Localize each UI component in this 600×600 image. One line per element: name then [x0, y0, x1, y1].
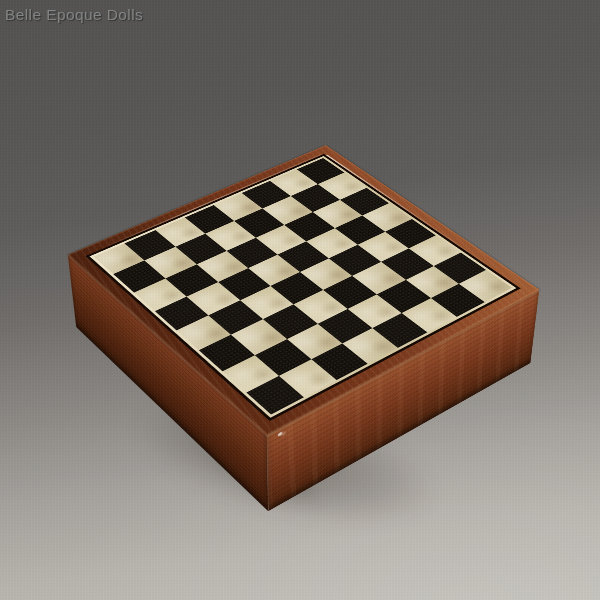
square-b4 — [209, 300, 263, 334]
square-a2 — [222, 355, 279, 393]
square-b5 — [187, 282, 240, 315]
square-c2 — [286, 324, 342, 360]
square-e3 — [323, 276, 376, 309]
square-b3 — [231, 319, 286, 354]
square-c1 — [311, 343, 368, 380]
square-a5 — [155, 296, 209, 330]
square-b2 — [255, 339, 311, 376]
square-d4 — [270, 272, 323, 305]
square-a6 — [134, 278, 187, 311]
square-d3 — [293, 290, 347, 324]
square-c4 — [240, 286, 294, 319]
paint-chip — [278, 431, 283, 437]
square-e1 — [372, 313, 427, 348]
square-g1 — [430, 284, 484, 317]
square-a3 — [199, 335, 255, 371]
square-c3 — [263, 305, 318, 339]
square-e2 — [347, 294, 401, 328]
scene — [0, 0, 600, 600]
square-d1 — [342, 328, 398, 364]
square-a4 — [177, 315, 232, 350]
square-c5 — [218, 268, 271, 300]
watermark: Belle Epoque Dolls — [5, 6, 143, 24]
square-d2 — [317, 309, 372, 344]
square-b1 — [279, 359, 336, 397]
square-f1 — [402, 298, 457, 332]
product-photo: Belle Epoque Dolls — [0, 0, 600, 600]
square-f2 — [377, 280, 431, 313]
square-a1 — [246, 376, 304, 415]
square-h1 — [458, 270, 512, 302]
